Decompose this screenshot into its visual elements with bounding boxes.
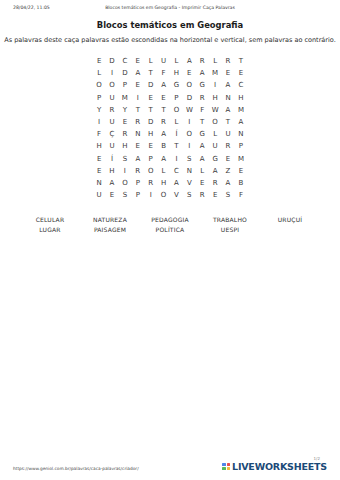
grid-cell: A bbox=[131, 67, 144, 79]
grid-cell: E bbox=[196, 177, 209, 189]
grid-cell: U bbox=[106, 116, 119, 128]
grid-cell: Z bbox=[222, 165, 235, 177]
grid-cell: T bbox=[170, 140, 183, 152]
grid-cell: F bbox=[196, 104, 209, 116]
word-list-column: URUÇUÍ bbox=[260, 215, 320, 234]
grid-cell: T bbox=[131, 104, 144, 116]
grid-cell: A bbox=[131, 153, 144, 165]
grid-cell: R bbox=[196, 189, 209, 201]
grid-cell: D bbox=[144, 116, 157, 128]
grid-cell: A bbox=[157, 128, 170, 140]
grid-cell: O bbox=[144, 165, 157, 177]
grid-cell: D bbox=[183, 92, 196, 104]
grid-cell: E bbox=[93, 165, 106, 177]
grid-cell: H bbox=[118, 140, 131, 152]
word-list-item: NATUREZA bbox=[80, 215, 140, 225]
grid-cell: E bbox=[144, 140, 157, 152]
grid-cell: E bbox=[209, 189, 222, 201]
word-list-item: TRABALHO bbox=[200, 215, 260, 225]
grid-cell: P bbox=[144, 153, 157, 165]
word-list-item: PAISAGEM bbox=[80, 225, 140, 235]
grid-cell: E bbox=[222, 153, 235, 165]
grid-cell: A bbox=[106, 177, 119, 189]
grid-cell: P bbox=[93, 92, 106, 104]
grid-cell: E bbox=[93, 55, 106, 67]
grid-cell: G bbox=[196, 79, 209, 91]
grid-cell: Ç bbox=[106, 128, 119, 140]
liveworksheets-logo: LIVEWORKSHEETS bbox=[222, 461, 327, 472]
grid-cell: T bbox=[157, 104, 170, 116]
grid-cell: T bbox=[144, 67, 157, 79]
grid-cell: N bbox=[222, 92, 235, 104]
grid-cell: P bbox=[234, 140, 247, 152]
grid-cell: S bbox=[183, 153, 196, 165]
grid-cell: D bbox=[144, 79, 157, 91]
grid-cell: S bbox=[183, 189, 196, 201]
grid-cell: U bbox=[93, 189, 106, 201]
grid-cell: U bbox=[106, 92, 119, 104]
grid-cell: H bbox=[209, 92, 222, 104]
grid-cell: H bbox=[144, 128, 157, 140]
grid-cell: S bbox=[118, 153, 131, 165]
grid-cell: L bbox=[209, 128, 222, 140]
grid-cell: R bbox=[157, 116, 170, 128]
grid-cell: M bbox=[234, 153, 247, 165]
footer-url: https://www.geniol.com.br/palavras/caca-… bbox=[13, 466, 139, 471]
grid-cell: A bbox=[222, 177, 235, 189]
grid-cell: Y bbox=[118, 104, 131, 116]
grid-cell: E bbox=[234, 165, 247, 177]
grid-cell: T bbox=[144, 104, 157, 116]
grid-cell: L bbox=[209, 55, 222, 67]
grid-cell: U bbox=[106, 140, 119, 152]
grid-cell: V bbox=[170, 189, 183, 201]
grid-cell: R bbox=[196, 55, 209, 67]
print-doc-title: Blocos temáticos em Geografia - Imprimir… bbox=[0, 5, 340, 10]
grid-cell: E bbox=[131, 79, 144, 91]
grid-cell: O bbox=[183, 128, 196, 140]
grid-cell: R bbox=[131, 116, 144, 128]
grid-cell: A bbox=[196, 67, 209, 79]
grid-cell: I bbox=[144, 189, 157, 201]
grid-cell: E bbox=[131, 55, 144, 67]
colored-squares-icon bbox=[222, 463, 230, 471]
grid-cell: C bbox=[170, 165, 183, 177]
grid-cell: L bbox=[157, 165, 170, 177]
grid-cell: F bbox=[157, 67, 170, 79]
grid-cell: E bbox=[106, 189, 119, 201]
logo-text: LIVEWORKSHEETS bbox=[232, 461, 327, 472]
grid-cell: C bbox=[234, 79, 247, 91]
grid-cell: M bbox=[118, 92, 131, 104]
grid-cell: E bbox=[144, 92, 157, 104]
grid-cell: O bbox=[93, 79, 106, 91]
word-list-item: CELULAR bbox=[20, 215, 80, 225]
grid-cell: U bbox=[222, 128, 235, 140]
grid-cell: B bbox=[157, 140, 170, 152]
grid-cell: L bbox=[144, 55, 157, 67]
grid-cell: E bbox=[93, 153, 106, 165]
grid-cell: A bbox=[157, 153, 170, 165]
grid-cell: H bbox=[170, 67, 183, 79]
grid-cell: S bbox=[222, 189, 235, 201]
grid-cell: R bbox=[118, 128, 131, 140]
grid-cell: A bbox=[222, 104, 235, 116]
grid-cell: T bbox=[196, 116, 209, 128]
grid-cell: F bbox=[234, 189, 247, 201]
grid-cell: I bbox=[131, 92, 144, 104]
grid-cell: E bbox=[157, 92, 170, 104]
grid-cell: R bbox=[222, 140, 235, 152]
grid-cell: E bbox=[183, 67, 196, 79]
grid-cell: G bbox=[196, 128, 209, 140]
grid-cell: N bbox=[234, 128, 247, 140]
grid-cell: O bbox=[106, 79, 119, 91]
grid-cell: Y bbox=[93, 104, 106, 116]
grid-cell: N bbox=[93, 177, 106, 189]
grid-cell: M bbox=[209, 67, 222, 79]
grid-cell: A bbox=[234, 116, 247, 128]
grid-cell: F bbox=[93, 128, 106, 140]
grid-cell: I bbox=[170, 153, 183, 165]
grid-cell: W bbox=[209, 104, 222, 116]
word-list-item: UESPI bbox=[200, 225, 260, 235]
grid-cell: W bbox=[183, 104, 196, 116]
grid-cell: D bbox=[106, 55, 119, 67]
grid-cell: O bbox=[170, 104, 183, 116]
grid-cell: A bbox=[209, 165, 222, 177]
grid-cell: G bbox=[170, 79, 183, 91]
grid-cell: B bbox=[234, 177, 247, 189]
grid-cell: Í bbox=[170, 128, 183, 140]
letter-grid: EDCELULARLRTLIDATFHEAMEEOOPEDAGOGIACPUMI… bbox=[93, 55, 248, 201]
grid-cell: A bbox=[183, 55, 196, 67]
grid-cell: N bbox=[131, 128, 144, 140]
grid-cell: I bbox=[209, 79, 222, 91]
word-list-column: CELULARLUGAR bbox=[20, 215, 80, 234]
grid-cell: H bbox=[93, 140, 106, 152]
grid-cell: M bbox=[234, 104, 247, 116]
grid-cell: I bbox=[93, 116, 106, 128]
grid-cell: P bbox=[118, 79, 131, 91]
grid-cell: P bbox=[170, 92, 183, 104]
grid-cell: V bbox=[183, 177, 196, 189]
grid-cell: R bbox=[209, 177, 222, 189]
grid-cell: A bbox=[196, 140, 209, 152]
grid-cell: O bbox=[183, 79, 196, 91]
grid-cell: Í bbox=[106, 153, 119, 165]
grid-cell: L bbox=[170, 55, 183, 67]
word-list: CELULARLUGARNATUREZAPAISAGEMPEDAGOGIAPOL… bbox=[20, 215, 320, 234]
grid-cell: H bbox=[157, 177, 170, 189]
grid-cell: A bbox=[222, 79, 235, 91]
word-list-item: LUGAR bbox=[20, 225, 80, 235]
print-timestamp: 28/04/22, 11:05 bbox=[13, 5, 50, 10]
grid-cell: R bbox=[144, 177, 157, 189]
grid-cell: A bbox=[196, 153, 209, 165]
grid-cell: I bbox=[106, 67, 119, 79]
grid-cell: O bbox=[209, 116, 222, 128]
print-preview-page: { "game": "word-search", "header": { "ti… bbox=[0, 0, 340, 480]
puzzle-instructions: As palavras deste caça palavras estão es… bbox=[0, 36, 340, 44]
grid-cell: P bbox=[131, 189, 144, 201]
grid-cell: I bbox=[183, 116, 196, 128]
grid-cell: E bbox=[118, 116, 131, 128]
grid-cell: U bbox=[209, 140, 222, 152]
word-list-column: PEDAGOGIAPOLÍTICA bbox=[140, 215, 200, 234]
grid-cell: O bbox=[118, 177, 131, 189]
grid-cell: L bbox=[170, 116, 183, 128]
print-header: 28/04/22, 11:05 Blocos temáticos em Geog… bbox=[0, 5, 340, 13]
word-list-item: PEDAGOGIA bbox=[140, 215, 200, 225]
grid-cell: N bbox=[183, 165, 196, 177]
page-title: Blocos temáticos em Geografia bbox=[0, 20, 340, 30]
grid-cell: E bbox=[131, 140, 144, 152]
word-list-column: TRABALHOUESPI bbox=[200, 215, 260, 234]
grid-cell: S bbox=[118, 189, 131, 201]
word-list-item: POLÍTICA bbox=[140, 225, 200, 235]
grid-cell: D bbox=[118, 67, 131, 79]
grid-cell: R bbox=[222, 55, 235, 67]
grid-cell: I bbox=[183, 140, 196, 152]
grid-cell: L bbox=[196, 165, 209, 177]
grid-cell: E bbox=[234, 67, 247, 79]
grid-cell: R bbox=[196, 92, 209, 104]
grid-cell: I bbox=[118, 165, 131, 177]
grid-cell: A bbox=[157, 79, 170, 91]
grid-cell: E bbox=[222, 67, 235, 79]
grid-cell: C bbox=[118, 55, 131, 67]
grid-cell: A bbox=[170, 177, 183, 189]
grid-cell: R bbox=[131, 165, 144, 177]
grid-cell: H bbox=[106, 165, 119, 177]
grid-cell: T bbox=[222, 116, 235, 128]
word-list-column: NATUREZAPAISAGEM bbox=[80, 215, 140, 234]
grid-cell: G bbox=[209, 153, 222, 165]
grid-cell: P bbox=[131, 177, 144, 189]
grid-cell: R bbox=[106, 104, 119, 116]
grid-cell: T bbox=[234, 55, 247, 67]
grid-cell: O bbox=[157, 189, 170, 201]
word-list-item: URUÇUÍ bbox=[260, 215, 320, 225]
grid-cell: U bbox=[157, 55, 170, 67]
grid-cell: H bbox=[234, 92, 247, 104]
grid-cell: L bbox=[93, 67, 106, 79]
